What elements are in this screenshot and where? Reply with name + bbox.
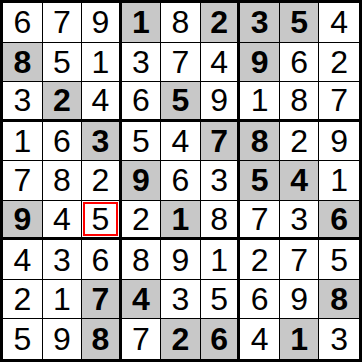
cell-r7c9[interactable]: 5 <box>319 240 359 280</box>
cell-r9c4[interactable]: 7 <box>122 319 162 359</box>
cell-r2c8[interactable]: 6 <box>280 43 320 83</box>
cell-r9c9[interactable]: 3 <box>319 319 359 359</box>
cell-r3c3[interactable]: 4 <box>82 82 122 122</box>
cell-r4c2[interactable]: 6 <box>43 122 83 162</box>
cell-r4c4[interactable]: 5 <box>122 122 162 162</box>
cell-r2c2[interactable]: 5 <box>43 43 83 83</box>
cell-r7c5[interactable]: 9 <box>161 240 201 280</box>
cell-r9c6[interactable]: 6 <box>201 319 241 359</box>
cell-r5c1[interactable]: 7 <box>3 161 43 201</box>
cell-r2c5[interactable]: 7 <box>161 43 201 83</box>
cell-r3c7[interactable]: 1 <box>240 82 280 122</box>
cell-r5c3[interactable]: 2 <box>82 161 122 201</box>
cell-r1c5[interactable]: 8 <box>161 3 201 43</box>
cell-r2c6[interactable]: 4 <box>201 43 241 83</box>
cell-r8c2[interactable]: 1 <box>43 280 83 320</box>
sudoku-board: 6791823548513749623246591871635478297829… <box>0 0 362 362</box>
cell-r3c5[interactable]: 5 <box>161 82 201 122</box>
cell-r1c7[interactable]: 3 <box>240 3 280 43</box>
cell-r4c6[interactable]: 7 <box>201 122 241 162</box>
cell-r2c3[interactable]: 1 <box>82 43 122 83</box>
cell-r4c3[interactable]: 3 <box>82 122 122 162</box>
cell-r1c6[interactable]: 2 <box>201 3 241 43</box>
cell-r5c2[interactable]: 8 <box>43 161 83 201</box>
cell-r7c6[interactable]: 1 <box>201 240 241 280</box>
cell-r8c9[interactable]: 8 <box>319 280 359 320</box>
cell-r9c3[interactable]: 8 <box>82 319 122 359</box>
cell-r7c2[interactable]: 3 <box>43 240 83 280</box>
cell-r9c8[interactable]: 1 <box>280 319 320 359</box>
cell-r5c6[interactable]: 3 <box>201 161 241 201</box>
cell-r6c8[interactable]: 3 <box>280 201 320 241</box>
cell-r6c5[interactable]: 1 <box>161 201 201 241</box>
cell-r2c9[interactable]: 2 <box>319 43 359 83</box>
cell-r7c1[interactable]: 4 <box>3 240 43 280</box>
cell-r4c9[interactable]: 9 <box>319 122 359 162</box>
cell-r6c2[interactable]: 4 <box>43 201 83 241</box>
cell-r5c5[interactable]: 6 <box>161 161 201 201</box>
cell-r5c9[interactable]: 1 <box>319 161 359 201</box>
cell-r6c1[interactable]: 9 <box>3 201 43 241</box>
cell-r1c9[interactable]: 4 <box>319 3 359 43</box>
cell-r2c7[interactable]: 9 <box>240 43 280 83</box>
cell-r1c1[interactable]: 6 <box>3 3 43 43</box>
cell-r6c7[interactable]: 7 <box>240 201 280 241</box>
cell-r7c4[interactable]: 8 <box>122 240 162 280</box>
cell-r4c7[interactable]: 8 <box>240 122 280 162</box>
cell-r8c8[interactable]: 9 <box>280 280 320 320</box>
cell-r4c5[interactable]: 4 <box>161 122 201 162</box>
cell-r3c6[interactable]: 9 <box>201 82 241 122</box>
cell-r5c4[interactable]: 9 <box>122 161 162 201</box>
cell-r8c1[interactable]: 2 <box>3 280 43 320</box>
cell-r5c8[interactable]: 4 <box>280 161 320 201</box>
cell-r9c5[interactable]: 2 <box>161 319 201 359</box>
cell-r3c2[interactable]: 2 <box>43 82 83 122</box>
cell-r2c4[interactable]: 3 <box>122 43 162 83</box>
cell-r1c2[interactable]: 7 <box>43 3 83 43</box>
cell-r6c4[interactable]: 2 <box>122 201 162 241</box>
cell-r3c8[interactable]: 8 <box>280 82 320 122</box>
cell-r7c7[interactable]: 2 <box>240 240 280 280</box>
cell-r1c4[interactable]: 1 <box>122 3 162 43</box>
cell-r9c2[interactable]: 9 <box>43 319 83 359</box>
cell-r8c6[interactable]: 5 <box>201 280 241 320</box>
cell-r8c3[interactable]: 7 <box>82 280 122 320</box>
cell-r7c3[interactable]: 6 <box>82 240 122 280</box>
cell-r4c8[interactable]: 2 <box>280 122 320 162</box>
cell-r8c7[interactable]: 6 <box>240 280 280 320</box>
sudoku-app: 6791823548513749623246591871635478297829… <box>0 0 362 362</box>
cell-r3c4[interactable]: 6 <box>122 82 162 122</box>
cell-r8c4[interactable]: 4 <box>122 280 162 320</box>
cell-r1c8[interactable]: 5 <box>280 3 320 43</box>
cell-r3c9[interactable]: 7 <box>319 82 359 122</box>
cell-r1c3[interactable]: 9 <box>82 3 122 43</box>
cell-r2c1[interactable]: 8 <box>3 43 43 83</box>
cell-r8c5[interactable]: 3 <box>161 280 201 320</box>
cell-r5c7[interactable]: 5 <box>240 161 280 201</box>
cell-r9c1[interactable]: 5 <box>3 319 43 359</box>
cell-r6c9[interactable]: 6 <box>319 201 359 241</box>
cell-r7c8[interactable]: 7 <box>280 240 320 280</box>
cell-r9c7[interactable]: 4 <box>240 319 280 359</box>
cell-r3c1[interactable]: 3 <box>3 82 43 122</box>
cell-r6c6[interactable]: 8 <box>201 201 241 241</box>
cell-r4c1[interactable]: 1 <box>3 122 43 162</box>
cell-r6c3[interactable]: 5 <box>82 201 122 241</box>
